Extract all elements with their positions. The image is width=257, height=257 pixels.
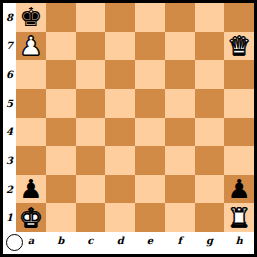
white-pawn-piece[interactable]: ♟: [19, 33, 42, 59]
square-g6[interactable]: [195, 60, 225, 89]
square-f6[interactable]: [165, 60, 195, 89]
file-label-f: f: [165, 232, 195, 254]
square-g8[interactable]: [195, 3, 225, 32]
square-g5[interactable]: [195, 89, 225, 118]
file-label-g: g: [195, 232, 225, 254]
square-b2[interactable]: [46, 175, 76, 204]
white-to-move-indicator-icon: [6, 234, 23, 251]
square-a4[interactable]: [16, 118, 46, 147]
square-d6[interactable]: [105, 60, 135, 89]
black-pawn-piece[interactable]: ♟: [227, 176, 250, 202]
square-h7[interactable]: ♛: [224, 32, 254, 61]
square-c1[interactable]: [76, 203, 106, 232]
square-h3[interactable]: [224, 146, 254, 175]
square-f1[interactable]: [165, 203, 195, 232]
black-king-piece[interactable]: ♚: [19, 4, 42, 30]
square-h8[interactable]: [224, 3, 254, 32]
rank-label-2: 2: [3, 175, 16, 204]
square-e4[interactable]: [135, 118, 165, 147]
square-f3[interactable]: [165, 146, 195, 175]
square-h5[interactable]: [224, 89, 254, 118]
square-h4[interactable]: [224, 118, 254, 147]
square-c3[interactable]: [76, 146, 106, 175]
square-a3[interactable]: [16, 146, 46, 175]
square-e5[interactable]: [135, 89, 165, 118]
white-rook-piece[interactable]: ♜: [227, 205, 250, 231]
square-b3[interactable]: [46, 146, 76, 175]
square-e8[interactable]: [135, 3, 165, 32]
square-h1[interactable]: ♜: [224, 203, 254, 232]
rank-label-8: 8: [3, 3, 16, 32]
square-a7[interactable]: ♟: [16, 32, 46, 61]
square-g3[interactable]: [195, 146, 225, 175]
rank-label-6: 6: [3, 60, 16, 89]
chess-diagram: 8♚7♟♛65432♟♟1♚♜abcdefgh: [0, 0, 257, 257]
square-h2[interactable]: ♟: [224, 175, 254, 204]
board-layout: 8♚7♟♛65432♟♟1♚♜abcdefgh: [3, 3, 254, 254]
square-b8[interactable]: [46, 3, 76, 32]
square-e7[interactable]: [135, 32, 165, 61]
square-d5[interactable]: [105, 89, 135, 118]
square-c6[interactable]: [76, 60, 106, 89]
square-a5[interactable]: [16, 89, 46, 118]
square-f7[interactable]: [165, 32, 195, 61]
square-e3[interactable]: [135, 146, 165, 175]
square-c7[interactable]: [76, 32, 106, 61]
square-f5[interactable]: [165, 89, 195, 118]
square-b7[interactable]: [46, 32, 76, 61]
file-label-c: c: [76, 232, 106, 254]
square-b4[interactable]: [46, 118, 76, 147]
square-a6[interactable]: [16, 60, 46, 89]
file-label-e: e: [135, 232, 165, 254]
rank-label-7: 7: [3, 32, 16, 61]
black-pawn-piece[interactable]: ♟: [19, 176, 42, 202]
square-a1[interactable]: ♚: [16, 203, 46, 232]
square-c2[interactable]: [76, 175, 106, 204]
square-c5[interactable]: [76, 89, 106, 118]
square-b6[interactable]: [46, 60, 76, 89]
square-d3[interactable]: [105, 146, 135, 175]
square-d4[interactable]: [105, 118, 135, 147]
square-a2[interactable]: ♟: [16, 175, 46, 204]
square-a8[interactable]: ♚: [16, 3, 46, 32]
file-label-b: b: [46, 232, 76, 254]
square-f2[interactable]: [165, 175, 195, 204]
square-h6[interactable]: [224, 60, 254, 89]
square-g7[interactable]: [195, 32, 225, 61]
square-g4[interactable]: [195, 118, 225, 147]
square-d8[interactable]: [105, 3, 135, 32]
square-e6[interactable]: [135, 60, 165, 89]
rank-label-4: 4: [3, 118, 16, 147]
square-f4[interactable]: [165, 118, 195, 147]
square-g1[interactable]: [195, 203, 225, 232]
file-label-d: d: [105, 232, 135, 254]
rank-label-5: 5: [3, 89, 16, 118]
square-c8[interactable]: [76, 3, 106, 32]
square-b5[interactable]: [46, 89, 76, 118]
square-f8[interactable]: [165, 3, 195, 32]
file-label-h: h: [224, 232, 254, 254]
square-d2[interactable]: [105, 175, 135, 204]
square-e2[interactable]: [135, 175, 165, 204]
white-queen-piece[interactable]: ♛: [227, 33, 250, 59]
square-d1[interactable]: [105, 203, 135, 232]
square-e1[interactable]: [135, 203, 165, 232]
square-d7[interactable]: [105, 32, 135, 61]
square-c4[interactable]: [76, 118, 106, 147]
rank-label-1: 1: [3, 203, 16, 232]
square-g2[interactable]: [195, 175, 225, 204]
square-b1[interactable]: [46, 203, 76, 232]
rank-label-3: 3: [3, 146, 16, 175]
white-king-piece[interactable]: ♚: [19, 205, 42, 231]
